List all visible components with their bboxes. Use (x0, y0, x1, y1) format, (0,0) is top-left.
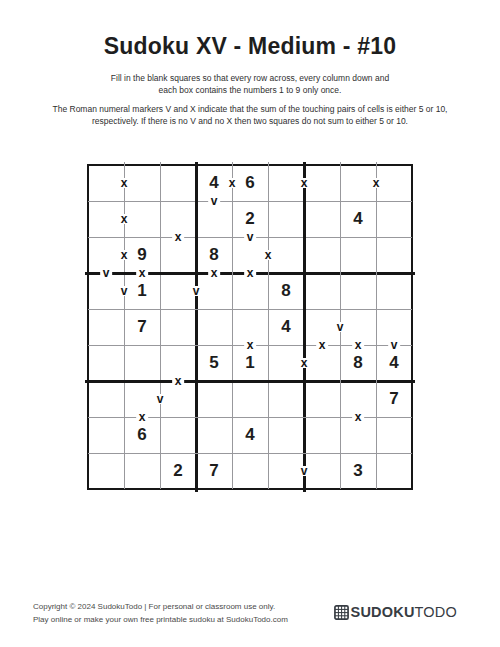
xv-marker-v-v-r2c5: v (244, 232, 256, 242)
xv-marker-x-h-r2c1: x (118, 214, 130, 224)
xv-marker-v-h-r9c6: v (298, 466, 310, 476)
cell-r7c7 (304, 381, 340, 417)
footer-copyright: Copyright © 2024 SudokuTodo | For person… (33, 600, 288, 626)
cell-r8c1 (88, 417, 124, 453)
xv-marker-x-h-r1c4: x (226, 178, 238, 188)
xv-marker-v-v-r5c9: v (388, 340, 400, 350)
puzzle-board: 46249818745184764273xxxxxxxvvvxvvvxvvxxx… (88, 165, 412, 489)
cell-r7c5 (232, 381, 268, 417)
cell-r5c1 (88, 309, 124, 345)
cell-r2c9 (376, 201, 412, 237)
cell-r5c6: 4 (268, 309, 304, 345)
xv-marker-x-v-r5c5: x (244, 340, 256, 350)
cell-r4c6: 8 (268, 273, 304, 309)
xv-marker-x-v-r7c2: x (136, 412, 148, 422)
printable-page: Sudoku XV - Medium - #10 Fill in the bla… (0, 0, 500, 647)
cell-r8c5: 4 (232, 417, 268, 453)
cell-r5c4 (196, 309, 232, 345)
xv-marker-x-v-r3c4: x (208, 268, 220, 278)
cell-r8c7 (304, 417, 340, 453)
cell-r4c8 (340, 273, 376, 309)
xv-marker-x-v-r2c3: x (172, 232, 184, 242)
cell-r7c1 (88, 381, 124, 417)
xv-marker-v-v-r3c1: v (100, 268, 112, 278)
cell-r7c6 (268, 381, 304, 417)
xv-marker-v-v-r1c4: v (208, 196, 220, 206)
cell-r9c5 (232, 453, 268, 489)
sudokutodo-logo: SUDOKU TODO (334, 604, 457, 620)
cell-r1c3 (160, 165, 196, 201)
page-title: Sudoku XV - Medium - #10 (0, 33, 500, 60)
logo-text-todo: TODO (415, 604, 457, 620)
grid-logo-icon (334, 605, 351, 620)
cell-r8c3 (160, 417, 196, 453)
cell-r2c6 (268, 201, 304, 237)
cell-r6c1 (88, 345, 124, 381)
xv-marker-x-v-r6c3: x (172, 376, 184, 386)
cell-r4c9 (376, 273, 412, 309)
xv-marker-v-h-r5c7: v (334, 322, 346, 332)
cell-r6c4: 5 (196, 345, 232, 381)
xv-marker-x-v-r3c2: x (136, 268, 148, 278)
xv-marker-x-v-r5c8: x (352, 340, 364, 350)
xv-marker-x-h-r3c5: x (262, 250, 274, 260)
cell-r8c4 (196, 417, 232, 453)
cell-r2c7 (304, 201, 340, 237)
cell-r3c8 (340, 237, 376, 273)
xv-marker-x-h-r1c1: x (118, 178, 130, 188)
xv-marker-x-h-r6c6: x (298, 358, 310, 368)
xv-marker-v-h-r4c1: v (118, 286, 130, 296)
instructions-rules: Fill in the blank squares so that every … (0, 73, 500, 96)
cell-r9c3: 2 (160, 453, 196, 489)
cell-r4c7 (304, 273, 340, 309)
cell-r8c6 (268, 417, 304, 453)
xv-marker-x-h-r3c1: x (118, 250, 130, 260)
cell-r7c9: 7 (376, 381, 412, 417)
cell-r9c2 (124, 453, 160, 489)
xv-marker-x-v-r5c7: x (316, 340, 328, 350)
cell-r5c3 (160, 309, 196, 345)
cell-r5c2: 7 (124, 309, 160, 345)
cell-r7c4 (196, 381, 232, 417)
cell-r9c1 (88, 453, 124, 489)
xv-marker-x-h-r1c6: x (298, 178, 310, 188)
cell-r3c9 (376, 237, 412, 273)
xv-marker-x-v-r3c5: x (244, 268, 256, 278)
xv-marker-v-h-r7c2: v (154, 394, 166, 404)
cell-r9c9 (376, 453, 412, 489)
cell-r8c9 (376, 417, 412, 453)
xv-marker-x-v-r7c8: x (352, 412, 364, 422)
cell-r6c2 (124, 345, 160, 381)
cell-r2c8: 4 (340, 201, 376, 237)
xv-marker-x-h-r1c8: x (370, 178, 382, 188)
instructions-xv-rules: The Roman numeral markers V and X indica… (0, 104, 500, 127)
cell-r3c7 (304, 237, 340, 273)
cell-r9c8: 3 (340, 453, 376, 489)
logo-text-sudoku: SUDOKU (351, 604, 415, 620)
xv-marker-v-h-r4c3: v (190, 286, 202, 296)
cell-r9c4: 7 (196, 453, 232, 489)
